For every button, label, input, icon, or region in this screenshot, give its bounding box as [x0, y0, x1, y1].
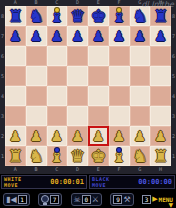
square-h2[interactable]: ♟	[150, 126, 171, 146]
white-queen: ♛	[70, 146, 85, 166]
chess-board: ABCDEFGH 87654321 87654321 ♜♞♝♛♚♝♞♜♟♟♟♟♟…	[0, 0, 176, 174]
square-b6[interactable]	[26, 46, 47, 66]
file-label-e: E	[88, 167, 109, 174]
square-e1[interactable]: ♚	[88, 146, 109, 166]
square-f3[interactable]	[109, 106, 130, 126]
square-e8[interactable]: ♚	[88, 6, 109, 26]
white-pawn: ♟	[51, 126, 64, 146]
square-a6[interactable]	[5, 46, 26, 66]
chess-game-screen: ABCDEFGH 87654321 87654321 ♜♞♝♛♚♝♞♜♟♟♟♟♟…	[0, 0, 176, 208]
square-g8[interactable]: ♞	[130, 6, 151, 26]
hint-bulb-icon	[41, 195, 49, 203]
rank-label-7: 7	[171, 26, 176, 46]
square-e7[interactable]: ♟	[88, 26, 109, 46]
white-rook: ♜	[153, 146, 168, 166]
file-label-a: A	[5, 167, 26, 174]
board-squares: ♜♞♝♛♚♝♞♜♟♟♟♟♟♟♟♟♟♟♟♟♟♟♟♟♜♞♝♛♚♝♞♜	[5, 6, 171, 166]
square-h5[interactable]	[150, 66, 171, 86]
file-label-g: G	[130, 167, 151, 174]
file-labels-bottom: ABCDEFGH	[5, 167, 171, 174]
white-pawn: ♟	[9, 126, 22, 146]
square-h7[interactable]: ♟	[150, 26, 171, 46]
square-b7[interactable]: ♟	[26, 26, 47, 46]
square-e3[interactable]	[88, 106, 109, 126]
crossed-swords-icon: ⚔	[92, 195, 99, 204]
menu-count: 3	[142, 195, 151, 204]
square-g3[interactable]	[130, 106, 151, 126]
square-f8[interactable]: ♝	[109, 6, 130, 26]
square-b2[interactable]: ♟	[26, 126, 47, 146]
square-b5[interactable]	[26, 66, 47, 86]
watermark-text: dl.Inithe	[141, 0, 174, 9]
black-rook: ♜	[153, 6, 168, 26]
square-h4[interactable]	[150, 86, 171, 106]
capture-count: 0	[82, 195, 91, 204]
square-f4[interactable]	[109, 86, 130, 106]
file-label-h: H	[150, 167, 171, 174]
square-b4[interactable]	[26, 86, 47, 106]
square-f1[interactable]: ♝	[109, 146, 130, 166]
square-g7[interactable]: ♟	[130, 26, 151, 46]
file-label-d: D	[67, 167, 88, 174]
square-c4[interactable]	[47, 86, 68, 106]
square-d2[interactable]: ♟	[67, 126, 88, 146]
status-bar: WHITE MOVE 00:00:01 BLACK MOVE 00:00:00	[0, 174, 176, 190]
black-knight: ♞	[132, 6, 147, 26]
white-pawn: ♟	[134, 126, 147, 146]
hammer-icon: ⚒	[123, 195, 130, 204]
black-pawn: ♟	[9, 26, 22, 46]
hint-count: 7	[50, 195, 59, 204]
hint-button[interactable]: 7	[38, 193, 62, 206]
skip-to-start-icon: ▮◀	[6, 195, 17, 204]
black-king: ♚	[91, 6, 106, 26]
skull-icon: ☠	[74, 195, 81, 204]
white-pawn: ♟	[113, 126, 126, 146]
menu-down-arrow-icon: ▼	[168, 202, 173, 208]
square-c2[interactable]: ♟	[47, 126, 68, 146]
file-label-b: B	[26, 167, 47, 174]
square-a2[interactable]: ♟	[5, 126, 26, 146]
white-pawn: ♟	[30, 126, 43, 146]
square-c8[interactable]: ♝	[47, 6, 68, 26]
square-f7[interactable]: ♟	[109, 26, 130, 46]
square-e5[interactable]	[88, 66, 109, 86]
white-rook: ♜	[8, 146, 23, 166]
white-move-label: WHITE MOVE	[4, 176, 22, 188]
square-c3[interactable]	[47, 106, 68, 126]
white-knight: ♞	[132, 146, 147, 166]
square-f2[interactable]: ♟	[109, 126, 130, 146]
square-a8[interactable]: ♜	[5, 6, 26, 26]
rank-label-2: 2	[171, 126, 176, 146]
square-d8[interactable]: ♛	[67, 6, 88, 26]
rank-label-8: 8	[171, 6, 176, 26]
black-queen: ♛	[70, 6, 85, 26]
white-clock-panel: WHITE MOVE 00:00:01	[1, 175, 87, 189]
rank-label-3: 3	[171, 106, 176, 126]
bishop-top-dot	[55, 8, 59, 12]
square-h8[interactable]: ♜	[150, 6, 171, 26]
rank-label-4: 4	[171, 86, 176, 106]
rank-label-6: 6	[171, 46, 176, 66]
black-clock-time: 00:00:00	[138, 178, 172, 186]
square-g5[interactable]	[130, 66, 151, 86]
square-b8[interactable]: ♞	[26, 6, 47, 26]
white-knight: ♞	[29, 146, 44, 166]
square-d7[interactable]: ♟	[67, 26, 88, 46]
rank-label-1: 1	[171, 146, 176, 166]
square-a7[interactable]: ♟	[5, 26, 26, 46]
black-pawn: ♟	[30, 26, 43, 46]
captures-button[interactable]: ☠ 0 ⚔	[71, 193, 102, 206]
white-king: ♚	[91, 146, 106, 166]
square-b1[interactable]: ♞	[26, 146, 47, 166]
rank-labels-right: 87654321	[171, 6, 176, 166]
rewind-count: 1	[18, 195, 27, 204]
file-label-f: F	[109, 167, 130, 174]
square-a5[interactable]	[5, 66, 26, 86]
square-g6[interactable]	[130, 46, 151, 66]
square-f5[interactable]	[109, 66, 130, 86]
square-d6[interactable]	[67, 46, 88, 66]
black-pawn: ♟	[113, 26, 126, 46]
square-c1[interactable]: ♝	[47, 146, 68, 166]
black-move-label: BLACK MOVE	[92, 176, 110, 188]
bishop-top-dot	[55, 148, 59, 152]
file-label-c: C	[47, 167, 68, 174]
black-pawn: ♟	[154, 26, 167, 46]
square-h3[interactable]	[150, 106, 171, 126]
square-a3[interactable]	[5, 106, 26, 126]
square-c7[interactable]: ♟	[47, 26, 68, 46]
hammer-count: 9	[113, 195, 122, 204]
rewind-button[interactable]: ▮◀ 1	[3, 193, 30, 206]
square-e6[interactable]	[88, 46, 109, 66]
white-pawn: ♟	[154, 126, 167, 146]
square-h6[interactable]	[150, 46, 171, 66]
square-e4[interactable]	[88, 86, 109, 106]
black-pawn: ♟	[51, 26, 64, 46]
rank-label-5: 5	[171, 66, 176, 86]
square-a4[interactable]	[5, 86, 26, 106]
square-f6[interactable]	[109, 46, 130, 66]
white-clock-time: 00:00:01	[50, 178, 84, 186]
square-b3[interactable]	[26, 106, 47, 126]
white-pawn: ♟	[71, 126, 84, 146]
square-d3[interactable]	[67, 106, 88, 126]
black-rook: ♜	[8, 6, 23, 26]
toolbar: ▮◀ 1 7 ☠ 0 ⚔ 9 ⚒ 3 ▶ MENU ▼	[0, 190, 176, 208]
square-c5[interactable]	[47, 66, 68, 86]
moves-button[interactable]: 9 ⚒	[110, 193, 133, 206]
black-pawn: ♟	[134, 26, 147, 46]
square-d1[interactable]: ♛	[67, 146, 88, 166]
square-h1[interactable]: ♜	[150, 146, 171, 166]
square-c6[interactable]	[47, 46, 68, 66]
square-d5[interactable]	[67, 66, 88, 86]
square-g1[interactable]: ♞	[130, 146, 151, 166]
black-pawn: ♟	[71, 26, 84, 46]
black-clock-panel: BLACK MOVE 00:00:00	[89, 175, 175, 189]
square-g2[interactable]: ♟	[130, 126, 151, 146]
square-e2[interactable]: ♟	[88, 126, 109, 146]
square-d4[interactable]	[67, 86, 88, 106]
square-g4[interactable]	[130, 86, 151, 106]
black-knight: ♞	[29, 6, 44, 26]
white-pawn: ♟	[92, 126, 105, 146]
square-a1[interactable]: ♜	[5, 146, 26, 166]
black-pawn: ♟	[92, 26, 105, 46]
menu-arrow-icon: ▶	[152, 195, 157, 203]
